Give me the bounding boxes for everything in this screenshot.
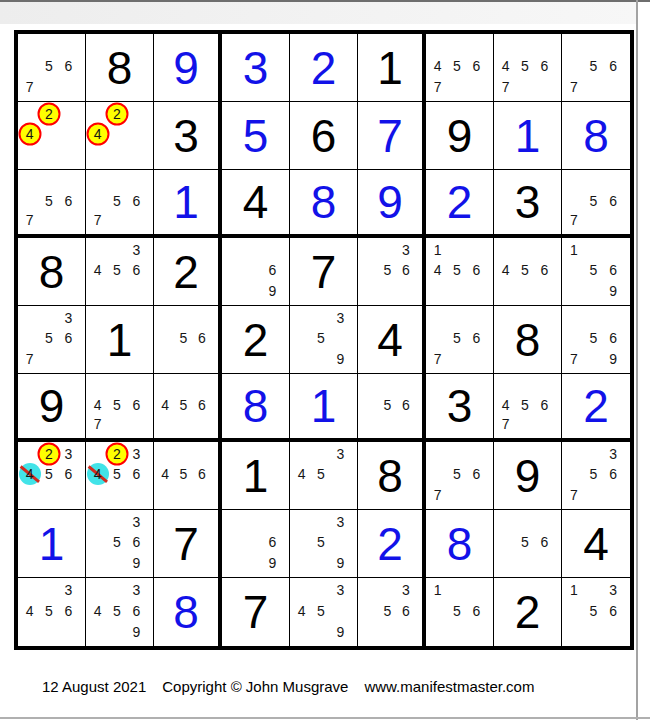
candidate-slot-9 xyxy=(59,485,78,505)
given-digit: 9 xyxy=(18,374,85,438)
candidate-slot-6: 6 xyxy=(603,601,623,622)
candidate-slot-2 xyxy=(107,512,126,532)
candidate-slot-3 xyxy=(263,240,282,260)
cell-r8c7[interactable]: 8 xyxy=(426,510,494,578)
candidate-slot-9: 9 xyxy=(603,349,623,369)
candidate-digit: 5 xyxy=(453,604,461,618)
solved-digit: 1 xyxy=(18,510,85,577)
candidate-slot-9 xyxy=(59,211,78,230)
candidate-slot-6: 6 xyxy=(59,601,78,622)
candidate-digit: 5 xyxy=(45,467,53,481)
cell-r8c3[interactable]: 7 xyxy=(154,510,222,578)
candidate-slot-7 xyxy=(292,349,311,369)
candidate-slot-9 xyxy=(603,211,623,230)
candidate-slot-2 xyxy=(311,308,330,328)
cell-r5c6[interactable]: 4 xyxy=(358,306,426,374)
cell-r5c1[interactable]: 3567 xyxy=(18,306,86,374)
candidate-slot-2 xyxy=(107,580,126,601)
candidate-slot-3 xyxy=(193,308,211,328)
candidate-slot-9 xyxy=(127,145,146,165)
candidate-slot-8 xyxy=(447,77,466,97)
cell-r1c8[interactable]: 4567 xyxy=(494,34,562,102)
candidate-grid: 3456 xyxy=(86,238,153,305)
candidate-slot-8 xyxy=(584,621,604,642)
cell-r3c7[interactable]: 2 xyxy=(426,170,494,238)
candidate-slot-2 xyxy=(174,376,192,395)
candidate-slot-1 xyxy=(20,580,39,601)
candidate-slot-5 xyxy=(243,532,262,552)
candidate-slot-3: 3 xyxy=(127,444,146,464)
cell-r6c7[interactable]: 3 xyxy=(426,374,494,442)
given-digit: 2 xyxy=(222,306,289,373)
solved-digit: 2 xyxy=(358,510,422,577)
candidate-slot-1 xyxy=(360,376,378,395)
candidate-digit: 6 xyxy=(198,398,206,412)
candidate-slot-1 xyxy=(224,512,243,532)
candidate-slot-2 xyxy=(447,36,466,56)
cell-r7c1[interactable]: 23456 xyxy=(18,442,86,510)
candidate-slot-8 xyxy=(311,485,330,505)
cell-r1c7[interactable]: 4567 xyxy=(426,34,494,102)
solved-digit: 9 xyxy=(358,170,422,234)
candidate-slot-4 xyxy=(88,191,107,210)
candidate-slot-6: 6 xyxy=(127,260,146,280)
candidate-digit: 7 xyxy=(94,213,102,227)
footer: 12 August 2021 Copyright © John Musgrave… xyxy=(42,678,534,695)
candidate-slot-1 xyxy=(428,444,447,464)
candidate-slot-6: 6 xyxy=(59,56,78,76)
given-digit: 3 xyxy=(154,102,218,169)
candidate-slot-6: 6 xyxy=(59,328,78,348)
cell-r8c6[interactable]: 2 xyxy=(358,510,426,578)
cell-r7c8[interactable]: 9 xyxy=(494,442,562,510)
candidate-slot-7 xyxy=(360,621,378,642)
cell-r3c6[interactable]: 9 xyxy=(358,170,426,238)
candidate-slot-3 xyxy=(535,36,554,56)
cell-r3c2[interactable]: 567 xyxy=(86,170,154,238)
cell-r9c2[interactable]: 34569 xyxy=(86,578,154,646)
candidate-digit: 1 xyxy=(434,583,442,597)
candidate-slot-4 xyxy=(428,601,447,622)
candidate-slot-2 xyxy=(515,240,534,260)
candidate-slot-1: 1 xyxy=(564,580,584,601)
candidate-slot-4: 4 xyxy=(20,464,39,484)
candidate-slot-7 xyxy=(360,281,378,301)
candidate-digit: 6 xyxy=(472,263,480,277)
candidate-slot-3: 3 xyxy=(331,308,350,328)
candidate-slot-6: 6 xyxy=(467,601,486,622)
window-chrome-bar xyxy=(0,2,636,24)
candidate-slot-1 xyxy=(224,240,243,260)
candidate-slot-7: 7 xyxy=(564,349,584,369)
solved-digit: 5 xyxy=(222,102,289,169)
candidate-slot-8 xyxy=(447,485,466,505)
candidate-grid: 359 xyxy=(290,306,357,373)
cell-r1c3[interactable]: 9 xyxy=(154,34,222,102)
candidate-slot-8 xyxy=(515,553,534,573)
candidate-slot-1 xyxy=(496,512,515,532)
candidate-slot-2 xyxy=(39,580,58,601)
candidate-slot-3: 3 xyxy=(59,580,78,601)
candidate-digit: 6 xyxy=(609,467,617,481)
cell-r4c5[interactable]: 7 xyxy=(290,238,358,306)
candidate-slot-2 xyxy=(447,240,466,260)
candidate-slot-1 xyxy=(292,512,311,532)
candidate-digit: 7 xyxy=(502,417,510,431)
candidate-digit: 5 xyxy=(590,263,598,277)
cell-r5c2[interactable]: 1 xyxy=(86,306,154,374)
cell-r9c3[interactable]: 8 xyxy=(154,578,222,646)
candidate-slot-8 xyxy=(174,485,192,505)
candidate-slot-3 xyxy=(467,580,486,601)
cell-r2c9[interactable]: 8 xyxy=(562,102,630,170)
candidate-digit: 5 xyxy=(113,194,121,208)
candidate-digit: 5 xyxy=(521,59,529,73)
candidate-grid: 69 xyxy=(222,510,289,577)
candidate-digit: 3 xyxy=(336,583,344,597)
candidate-slot-1: 1 xyxy=(428,580,447,601)
cell-r6c8[interactable]: 4567 xyxy=(494,374,562,442)
candidate-digit: 6 xyxy=(132,194,140,208)
candidate-slot-7: 7 xyxy=(88,415,107,434)
given-digit: 7 xyxy=(154,510,218,577)
cell-r5c7[interactable]: 567 xyxy=(426,306,494,374)
candidate-slot-8 xyxy=(39,485,58,505)
candidate-digit: 9 xyxy=(336,556,344,570)
cell-r2c8[interactable]: 1 xyxy=(494,102,562,170)
cell-r1c5[interactable]: 2 xyxy=(290,34,358,102)
candidate-slot-3 xyxy=(127,172,146,191)
candidate-slot-7 xyxy=(224,553,243,573)
candidate-grid: 24 xyxy=(86,102,153,169)
candidate-grid: 56 xyxy=(154,306,218,373)
given-digit: 2 xyxy=(494,578,561,646)
given-digit: 8 xyxy=(494,306,561,373)
cell-r5c5[interactable]: 359 xyxy=(290,306,358,374)
candidate-slot-2 xyxy=(39,172,58,191)
candidate-digit: 5 xyxy=(521,263,529,277)
candidate-digit: 3 xyxy=(64,447,72,461)
candidate-slot-2 xyxy=(174,308,192,328)
candidate-slot-4 xyxy=(156,328,174,348)
candidate-digit: 3 xyxy=(336,515,344,529)
cell-r6c4[interactable]: 8 xyxy=(222,374,290,442)
candidate-slot-8 xyxy=(584,485,604,505)
candidate-slot-6: 6 xyxy=(263,532,282,552)
candidate-digit: 6 xyxy=(540,263,548,277)
candidate-slot-3 xyxy=(127,104,146,124)
candidate-grid: 3567 xyxy=(562,442,630,509)
cell-r8c5[interactable]: 359 xyxy=(290,510,358,578)
solved-digit: 8 xyxy=(154,578,218,646)
candidate-slot-2 xyxy=(378,376,396,395)
candidate-slot-3: 3 xyxy=(331,444,350,464)
candidate-digit: 6 xyxy=(132,535,140,549)
candidate-slot-1: 1 xyxy=(564,240,584,260)
candidate-slot-7: 7 xyxy=(20,77,39,97)
candidate-slot-6: 6 xyxy=(467,328,486,348)
cell-r5c9[interactable]: 5679 xyxy=(562,306,630,374)
candidate-slot-7 xyxy=(88,621,107,642)
candidate-grid: 4567 xyxy=(494,374,561,438)
cell-r9c4[interactable]: 7 xyxy=(222,578,290,646)
cell-r2c2[interactable]: 24 xyxy=(86,102,154,170)
candidate-slot-1 xyxy=(564,172,584,191)
candidate-digit: 6 xyxy=(609,59,617,73)
cell-r9c6[interactable]: 356 xyxy=(358,578,426,646)
candidate-slot-7: 7 xyxy=(496,415,515,434)
cell-r2c1[interactable]: 24 xyxy=(18,102,86,170)
cell-r6c1[interactable]: 9 xyxy=(18,374,86,442)
cell-r7c7[interactable]: 567 xyxy=(426,442,494,510)
candidate-slot-1 xyxy=(496,36,515,56)
candidate-slot-6: 6 xyxy=(127,464,146,484)
candidate-slot-7: 7 xyxy=(428,485,447,505)
cell-r9c9[interactable]: 1356 xyxy=(562,578,630,646)
candidate-digit: 5 xyxy=(180,398,188,412)
candidate-slot-8 xyxy=(584,281,604,301)
cell-r4c9[interactable]: 1569 xyxy=(562,238,630,306)
candidate-grid: 4567 xyxy=(494,34,561,101)
candidate-slot-7 xyxy=(292,485,311,505)
candidate-grid: 356 xyxy=(358,578,422,646)
given-digit: 9 xyxy=(494,442,561,509)
candidate-grid: 456 xyxy=(494,238,561,305)
candidate-slot-5: 5 xyxy=(584,464,604,484)
candidate-slot-6: 6 xyxy=(127,395,146,414)
cell-r7c3[interactable]: 456 xyxy=(154,442,222,510)
candidate-slot-1 xyxy=(292,580,311,601)
cell-r9c8[interactable]: 2 xyxy=(494,578,562,646)
cell-r2c6[interactable]: 7 xyxy=(358,102,426,170)
cell-r4c6[interactable]: 356 xyxy=(358,238,426,306)
candidate-slot-1 xyxy=(428,308,447,328)
candidate-slot-5: 5 xyxy=(174,328,192,348)
candidate-slot-9 xyxy=(535,77,554,97)
cell-r8c9[interactable]: 4 xyxy=(562,510,630,578)
cell-r7c6[interactable]: 8 xyxy=(358,442,426,510)
cell-r4c8[interactable]: 456 xyxy=(494,238,562,306)
candidate-slot-2: 2 xyxy=(39,444,58,464)
cell-r3c3[interactable]: 1 xyxy=(154,170,222,238)
candidate-digit: 9 xyxy=(268,284,276,298)
candidate-grid: 24 xyxy=(18,102,85,169)
cell-r1c4[interactable]: 3 xyxy=(222,34,290,102)
cell-r4c3[interactable]: 2 xyxy=(154,238,222,306)
candidate-digit: 6 xyxy=(540,535,548,549)
cell-r7c9[interactable]: 3567 xyxy=(562,442,630,510)
solved-digit: 2 xyxy=(426,170,493,234)
candidate-slot-1 xyxy=(156,376,174,395)
candidate-digit: 3 xyxy=(64,311,72,325)
given-digit: 3 xyxy=(494,170,561,234)
cell-r8c1[interactable]: 1 xyxy=(18,510,86,578)
candidate-slot-4: 4 xyxy=(292,601,311,622)
cell-r3c4[interactable]: 4 xyxy=(222,170,290,238)
candidate-slot-7 xyxy=(20,145,39,165)
candidate-slot-9 xyxy=(535,415,554,434)
cell-r1c6[interactable]: 1 xyxy=(358,34,426,102)
cell-r6c3[interactable]: 456 xyxy=(154,374,222,442)
candidate-digit: 6 xyxy=(132,398,140,412)
candidate-slot-8 xyxy=(311,349,330,369)
candidate-slot-3 xyxy=(263,512,282,532)
candidate-slot-8 xyxy=(515,77,534,97)
candidate-slot-9 xyxy=(603,621,623,642)
candidate-slot-3 xyxy=(535,512,554,532)
candidate-digit: 5 xyxy=(180,467,188,481)
candidate-slot-8 xyxy=(515,281,534,301)
candidate-slot-1 xyxy=(428,36,447,56)
cell-r5c4[interactable]: 2 xyxy=(222,306,290,374)
candidate-digit: 5 xyxy=(113,467,121,481)
candidate-slot-5: 5 xyxy=(584,260,604,280)
candidate-slot-7 xyxy=(292,621,311,642)
candidate-slot-9: 9 xyxy=(331,553,350,573)
cell-r6c6[interactable]: 56 xyxy=(358,374,426,442)
candidate-digit: 5 xyxy=(453,331,461,345)
candidate-digit: 4 xyxy=(94,398,102,412)
cell-r2c5[interactable]: 6 xyxy=(290,102,358,170)
candidate-digit: 3 xyxy=(336,447,344,461)
candidate-slot-2 xyxy=(447,444,466,464)
cell-r8c4[interactable]: 69 xyxy=(222,510,290,578)
candidate-slot-2 xyxy=(515,376,534,395)
candidate-slot-3: 3 xyxy=(603,444,623,464)
candidate-digit: 9 xyxy=(132,625,140,639)
cell-r6c5[interactable]: 1 xyxy=(290,374,358,442)
candidate-slot-4 xyxy=(428,328,447,348)
candidate-slot-2 xyxy=(515,36,534,56)
candidate-slot-5: 5 xyxy=(311,464,330,484)
candidate-slot-6: 6 xyxy=(535,532,554,552)
candidate-slot-3: 3 xyxy=(127,512,146,532)
candidate-grid: 1456 xyxy=(426,238,493,305)
candidate-slot-6: 6 xyxy=(603,191,623,210)
candidate-slot-3 xyxy=(603,36,623,56)
cell-r8c2[interactable]: 3569 xyxy=(86,510,154,578)
cell-r4c1[interactable]: 8 xyxy=(18,238,86,306)
candidate-slot-4: 4 xyxy=(496,260,515,280)
candidate-slot-8 xyxy=(39,211,58,230)
candidate-slot-3: 3 xyxy=(397,580,415,601)
candidate-slot-2 xyxy=(584,172,604,191)
candidate-slot-1 xyxy=(20,172,39,191)
cell-r7c4[interactable]: 1 xyxy=(222,442,290,510)
cell-r1c1[interactable]: 567 xyxy=(18,34,86,102)
candidate-slot-1 xyxy=(360,580,378,601)
candidate-digit: 4 xyxy=(434,263,442,277)
candidate-slot-5: 5 xyxy=(378,601,396,622)
candidate-slot-4 xyxy=(360,260,378,280)
candidate-slot-7 xyxy=(88,553,107,573)
candidate-slot-4 xyxy=(292,532,311,552)
cell-r3c8[interactable]: 3 xyxy=(494,170,562,238)
candidate-slot-3 xyxy=(59,104,78,124)
cell-r5c3[interactable]: 56 xyxy=(154,306,222,374)
candidate-slot-1 xyxy=(20,308,39,328)
candidate-slot-6: 6 xyxy=(193,395,211,414)
candidate-slot-5: 5 xyxy=(447,260,466,280)
solved-digit: 2 xyxy=(562,374,630,438)
cell-r3c5[interactable]: 8 xyxy=(290,170,358,238)
candidate-slot-7 xyxy=(88,145,107,165)
candidate-slot-9 xyxy=(535,553,554,573)
candidate-digit: 6 xyxy=(609,263,617,277)
candidate-digit: 7 xyxy=(570,213,578,227)
candidate-slot-9 xyxy=(193,485,211,505)
candidate-slot-2 xyxy=(243,240,262,260)
candidate-digit: 4 xyxy=(94,263,102,277)
candidate-slot-6: 6 xyxy=(193,328,211,348)
cell-r7c5[interactable]: 345 xyxy=(290,442,358,510)
candidate-slot-1: 1 xyxy=(428,240,447,260)
candidate-slot-9 xyxy=(397,415,415,434)
cell-r9c7[interactable]: 156 xyxy=(426,578,494,646)
candidate-slot-4 xyxy=(564,260,584,280)
cell-r3c1[interactable]: 567 xyxy=(18,170,86,238)
candidate-slot-2: 2 xyxy=(107,444,126,464)
cell-r6c2[interactable]: 4567 xyxy=(86,374,154,442)
cell-r8c8[interactable]: 56 xyxy=(494,510,562,578)
candidate-slot-6: 6 xyxy=(467,260,486,280)
candidate-slot-8 xyxy=(107,415,126,434)
candidate-slot-1 xyxy=(564,36,584,56)
candidate-digit: 4 xyxy=(26,127,34,141)
candidate-slot-5: 5 xyxy=(515,56,534,76)
candidate-digit: 6 xyxy=(472,59,480,73)
candidate-slot-3 xyxy=(467,240,486,260)
candidate-digit: 5 xyxy=(453,263,461,277)
cell-r2c4[interactable]: 5 xyxy=(222,102,290,170)
candidate-slot-4 xyxy=(88,532,107,552)
cell-r4c4[interactable]: 69 xyxy=(222,238,290,306)
cell-r4c2[interactable]: 3456 xyxy=(86,238,154,306)
cell-r9c1[interactable]: 3456 xyxy=(18,578,86,646)
candidate-grid: 567 xyxy=(86,170,153,234)
candidate-slot-6: 6 xyxy=(193,464,211,484)
cell-r5c8[interactable]: 8 xyxy=(494,306,562,374)
candidate-digit: 5 xyxy=(45,194,53,208)
cell-r7c2[interactable]: 23456 xyxy=(86,442,154,510)
candidate-slot-8 xyxy=(378,621,396,642)
candidate-slot-2 xyxy=(584,308,604,328)
candidate-slot-7 xyxy=(496,553,515,573)
candidate-slot-3 xyxy=(603,308,623,328)
cell-r6c9[interactable]: 2 xyxy=(562,374,630,442)
cell-r9c5[interactable]: 3459 xyxy=(290,578,358,646)
candidate-digit: 9 xyxy=(609,352,617,366)
candidate-digit: 5 xyxy=(453,59,461,73)
candidate-grid: 567 xyxy=(426,442,493,509)
candidate-slot-5: 5 xyxy=(107,532,126,552)
candidate-digit: 5 xyxy=(317,604,325,618)
candidate-slot-6 xyxy=(331,328,350,348)
cell-r4c7[interactable]: 1456 xyxy=(426,238,494,306)
candidate-slot-1 xyxy=(292,444,311,464)
candidate-slot-6 xyxy=(59,124,78,144)
cell-r1c2[interactable]: 8 xyxy=(86,34,154,102)
candidate-slot-3: 3 xyxy=(397,240,415,260)
candidate-slot-8 xyxy=(584,77,604,97)
cell-r2c7[interactable]: 9 xyxy=(426,102,494,170)
candidate-slot-3 xyxy=(397,376,415,395)
candidate-slot-4: 4 xyxy=(428,260,447,280)
cell-r2c3[interactable]: 3 xyxy=(154,102,222,170)
candidate-slot-5: 5 xyxy=(107,601,126,622)
cell-r1c9[interactable]: 567 xyxy=(562,34,630,102)
cell-r3c9[interactable]: 567 xyxy=(562,170,630,238)
